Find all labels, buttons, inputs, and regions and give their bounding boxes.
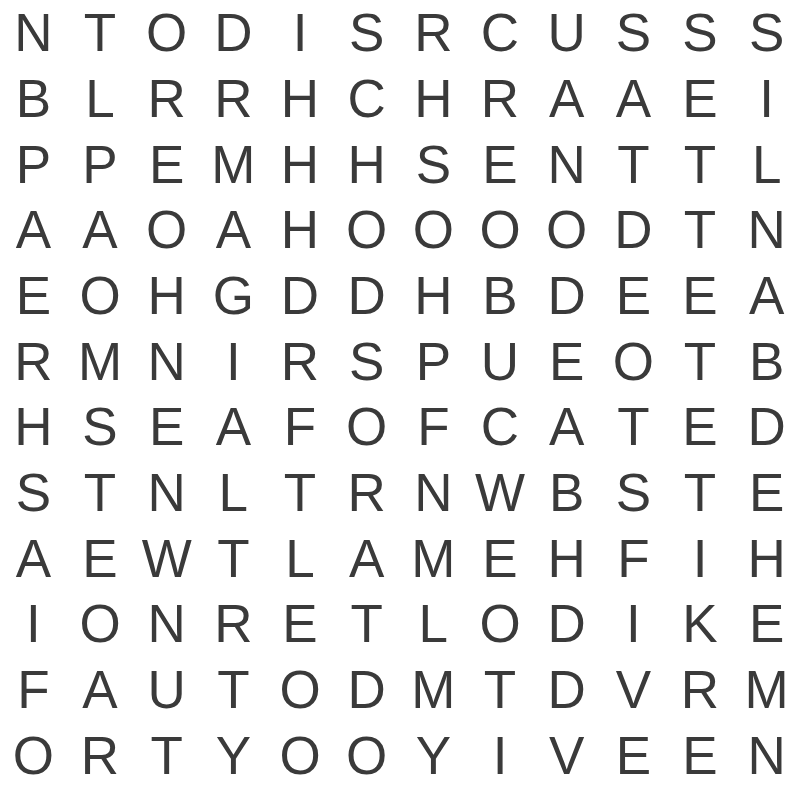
grid-cell[interactable]: S — [333, 328, 400, 394]
grid-cell[interactable]: A — [600, 66, 667, 132]
grid-cell[interactable]: L — [733, 131, 800, 197]
grid-cell[interactable]: C — [467, 0, 534, 66]
grid-cell[interactable]: M — [67, 328, 134, 394]
grid-cell[interactable]: A — [333, 525, 400, 591]
grid-cell[interactable]: T — [667, 131, 734, 197]
grid-cell[interactable]: O — [0, 722, 67, 788]
grid-cell[interactable]: W — [467, 460, 534, 526]
grid-cell[interactable]: H — [267, 131, 334, 197]
grid-cell[interactable]: D — [200, 0, 267, 66]
grid-cell[interactable]: T — [133, 722, 200, 788]
grid-cell[interactable]: F — [0, 657, 67, 723]
grid-cell[interactable]: O — [67, 591, 134, 657]
grid-cell[interactable]: C — [333, 66, 400, 132]
grid-cell[interactable]: E — [733, 460, 800, 526]
grid-cell[interactable]: E — [67, 525, 134, 591]
grid-cell[interactable]: N — [733, 722, 800, 788]
grid-cell[interactable]: E — [533, 328, 600, 394]
grid-cell[interactable]: U — [133, 657, 200, 723]
grid-cell[interactable]: E — [133, 131, 200, 197]
grid-cell[interactable]: L — [400, 591, 467, 657]
grid-cell[interactable]: L — [200, 460, 267, 526]
grid-cell[interactable]: F — [600, 525, 667, 591]
grid-cell[interactable]: R — [667, 657, 734, 723]
grid-cell[interactable]: T — [600, 131, 667, 197]
grid-cell[interactable]: M — [733, 657, 800, 723]
grid-cell[interactable]: I — [267, 0, 334, 66]
grid-cell[interactable]: E — [667, 722, 734, 788]
grid-cell[interactable]: T — [267, 460, 334, 526]
grid-cell[interactable]: O — [133, 0, 200, 66]
grid-cell[interactable]: D — [533, 591, 600, 657]
grid-cell[interactable]: N — [733, 197, 800, 263]
grid-cell[interactable]: H — [400, 66, 467, 132]
grid-cell[interactable]: O — [333, 197, 400, 263]
grid-cell[interactable]: B — [0, 66, 67, 132]
grid-cell[interactable]: E — [267, 591, 334, 657]
grid-cell[interactable]: H — [133, 263, 200, 329]
grid-cell[interactable]: N — [133, 328, 200, 394]
grid-cell[interactable]: D — [733, 394, 800, 460]
grid-cell[interactable]: A — [200, 197, 267, 263]
grid-cell[interactable]: H — [333, 131, 400, 197]
grid-cell[interactable]: E — [667, 394, 734, 460]
grid-cell[interactable]: O — [267, 722, 334, 788]
grid-cell[interactable]: T — [600, 394, 667, 460]
grid-cell[interactable]: O — [533, 197, 600, 263]
grid-cell[interactable]: S — [600, 0, 667, 66]
grid-cell[interactable]: O — [67, 263, 134, 329]
grid-cell[interactable]: Y — [400, 722, 467, 788]
grid-cell[interactable]: H — [533, 525, 600, 591]
grid-cell[interactable]: P — [400, 328, 467, 394]
grid-cell[interactable]: O — [333, 722, 400, 788]
grid-cell[interactable]: D — [533, 657, 600, 723]
grid-cell[interactable]: H — [733, 525, 800, 591]
grid-cell[interactable]: V — [600, 657, 667, 723]
grid-cell[interactable]: S — [333, 0, 400, 66]
grid-cell[interactable]: E — [600, 722, 667, 788]
word-search-grid: NTODISRCUSSSBLRRHCHRAAEIPPEMHHSENTTLAAOA… — [0, 0, 800, 788]
grid-cell[interactable]: E — [0, 263, 67, 329]
grid-cell[interactable]: R — [133, 66, 200, 132]
grid-cell[interactable]: H — [267, 66, 334, 132]
grid-cell[interactable]: H — [0, 394, 67, 460]
grid-cell[interactable]: D — [267, 263, 334, 329]
grid-cell[interactable]: T — [200, 657, 267, 723]
grid-cell[interactable]: N — [533, 131, 600, 197]
grid-cell[interactable]: E — [600, 263, 667, 329]
grid-cell[interactable]: F — [267, 394, 334, 460]
grid-cell[interactable]: M — [200, 131, 267, 197]
grid-cell[interactable]: O — [133, 197, 200, 263]
grid-cell[interactable]: A — [200, 394, 267, 460]
grid-cell[interactable]: E — [467, 525, 534, 591]
grid-cell[interactable]: N — [133, 591, 200, 657]
grid-cell[interactable]: A — [67, 657, 134, 723]
grid-cell[interactable]: O — [400, 197, 467, 263]
grid-cell[interactable]: I — [467, 722, 534, 788]
grid-cell[interactable]: T — [67, 0, 134, 66]
grid-cell[interactable]: A — [733, 263, 800, 329]
grid-cell[interactable]: T — [200, 525, 267, 591]
grid-cell[interactable]: N — [0, 0, 67, 66]
word-search-board: NTODISRCUSSSBLRRHCHRAAEIPPEMHHSENTTLAAOA… — [0, 0, 800, 788]
grid-cell[interactable]: C — [467, 394, 534, 460]
grid-cell[interactable]: R — [333, 460, 400, 526]
grid-cell[interactable]: A — [533, 394, 600, 460]
grid-cell[interactable]: B — [533, 460, 600, 526]
grid-cell[interactable]: M — [400, 525, 467, 591]
grid-cell[interactable]: A — [0, 197, 67, 263]
grid-cell[interactable]: K — [667, 591, 734, 657]
grid-cell[interactable]: S — [600, 460, 667, 526]
grid-cell[interactable]: T — [467, 657, 534, 723]
grid-cell[interactable]: R — [67, 722, 134, 788]
grid-cell[interactable]: T — [333, 591, 400, 657]
grid-cell[interactable]: W — [133, 525, 200, 591]
grid-cell[interactable]: P — [67, 131, 134, 197]
grid-cell[interactable]: I — [733, 66, 800, 132]
grid-cell[interactable]: O — [467, 197, 534, 263]
grid-cell[interactable]: S — [733, 0, 800, 66]
grid-cell[interactable]: I — [667, 525, 734, 591]
grid-cell[interactable]: N — [400, 460, 467, 526]
grid-cell[interactable]: I — [600, 591, 667, 657]
grid-cell[interactable]: T — [67, 460, 134, 526]
grid-cell[interactable]: R — [0, 328, 67, 394]
grid-cell[interactable]: D — [600, 197, 667, 263]
grid-cell[interactable]: O — [467, 591, 534, 657]
grid-cell[interactable]: O — [333, 394, 400, 460]
grid-cell[interactable]: E — [733, 591, 800, 657]
grid-cell[interactable]: L — [267, 525, 334, 591]
grid-cell[interactable]: S — [0, 460, 67, 526]
grid-cell[interactable]: R — [467, 66, 534, 132]
grid-cell[interactable]: A — [67, 197, 134, 263]
grid-cell[interactable]: E — [667, 263, 734, 329]
grid-cell[interactable]: T — [667, 328, 734, 394]
grid-cell[interactable]: E — [133, 394, 200, 460]
grid-cell[interactable]: H — [267, 197, 334, 263]
grid-cell[interactable]: E — [467, 131, 534, 197]
grid-cell[interactable]: V — [533, 722, 600, 788]
grid-cell[interactable]: O — [267, 657, 334, 723]
grid-cell[interactable]: N — [133, 460, 200, 526]
grid-cell[interactable]: T — [667, 197, 734, 263]
grid-cell[interactable]: I — [200, 328, 267, 394]
grid-cell[interactable]: M — [400, 657, 467, 723]
grid-cell[interactable]: Y — [200, 722, 267, 788]
grid-cell[interactable]: D — [533, 263, 600, 329]
grid-cell[interactable]: F — [400, 394, 467, 460]
grid-cell[interactable]: E — [667, 66, 734, 132]
grid-cell[interactable]: U — [467, 328, 534, 394]
grid-cell[interactable]: H — [400, 263, 467, 329]
grid-cell[interactable]: S — [67, 394, 134, 460]
grid-cell[interactable]: U — [533, 0, 600, 66]
grid-cell[interactable]: S — [667, 0, 734, 66]
grid-cell[interactable]: A — [0, 525, 67, 591]
grid-cell[interactable]: A — [533, 66, 600, 132]
grid-cell[interactable]: T — [667, 460, 734, 526]
grid-cell[interactable]: B — [733, 328, 800, 394]
grid-cell[interactable]: B — [467, 263, 534, 329]
grid-cell[interactable]: D — [333, 657, 400, 723]
grid-cell[interactable]: R — [200, 591, 267, 657]
grid-cell[interactable]: G — [200, 263, 267, 329]
grid-cell[interactable]: D — [333, 263, 400, 329]
grid-cell[interactable]: R — [267, 328, 334, 394]
grid-cell[interactable]: S — [400, 131, 467, 197]
grid-cell[interactable]: I — [0, 591, 67, 657]
grid-cell[interactable]: L — [67, 66, 134, 132]
grid-cell[interactable]: O — [600, 328, 667, 394]
grid-cell[interactable]: P — [0, 131, 67, 197]
grid-cell[interactable]: R — [200, 66, 267, 132]
grid-cell[interactable]: R — [400, 0, 467, 66]
